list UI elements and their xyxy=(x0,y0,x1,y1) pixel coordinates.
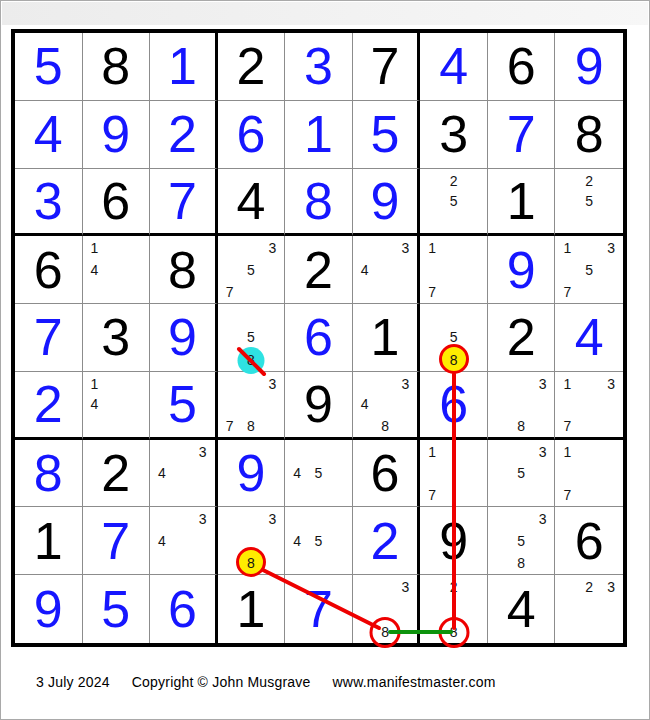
cell-r2c2[interactable]: 9 xyxy=(83,101,151,169)
candidate-3: 3 xyxy=(199,445,207,459)
candidate-5: 5 xyxy=(450,194,458,208)
candidate-7: 7 xyxy=(563,285,571,299)
cell-r2c4[interactable]: 6 xyxy=(218,101,286,169)
solved-digit: 9 xyxy=(575,40,604,92)
candidate-3: 3 xyxy=(402,241,410,255)
given-digit: 9 xyxy=(304,378,333,430)
given-digit: 3 xyxy=(439,108,468,160)
cell-r1c5[interactable]: 3 xyxy=(285,33,353,101)
solved-digit: 8 xyxy=(34,447,63,499)
cell-r6c4[interactable]: 378 xyxy=(218,372,286,440)
cell-r7c5[interactable]: 45 xyxy=(285,440,353,508)
cell-r1c4[interactable]: 2 xyxy=(218,33,286,101)
candidate-7: 7 xyxy=(563,419,571,433)
solved-digit: 7 xyxy=(101,515,130,567)
given-digit: 1 xyxy=(507,175,536,227)
cell-r5c6[interactable]: 1 xyxy=(353,304,421,372)
solved-digit: 4 xyxy=(439,40,468,92)
footer-date: 3 July 2024 xyxy=(36,674,110,690)
cell-r2c5[interactable]: 1 xyxy=(285,101,353,169)
cell-r1c3[interactable]: 1 xyxy=(150,33,218,101)
candidate-5: 5 xyxy=(315,466,323,480)
given-digit: 7 xyxy=(371,40,400,92)
solved-digit: 2 xyxy=(168,108,197,160)
cell-r6c5[interactable]: 9 xyxy=(285,372,353,440)
cell-r8c8[interactable]: 358 xyxy=(488,507,556,575)
cell-r9c3[interactable]: 6 xyxy=(150,575,218,643)
solved-digit: 3 xyxy=(304,40,333,92)
candidate-5: 5 xyxy=(517,466,525,480)
cell-r5c4[interactable]: 58 xyxy=(218,304,286,372)
cell-r7c4[interactable]: 9 xyxy=(218,440,286,508)
solved-digit: 5 xyxy=(101,583,130,635)
cell-r5c5[interactable]: 6 xyxy=(285,304,353,372)
candidate-8: 8 xyxy=(247,353,255,367)
given-digit: 8 xyxy=(575,108,604,160)
sudoku-board: 5812374694926153783674892512561483572341… xyxy=(11,29,627,647)
cell-r4c2[interactable]: 14 xyxy=(83,236,151,304)
candidate-3: 3 xyxy=(539,377,547,391)
candidate-4: 4 xyxy=(158,466,166,480)
cell-r8c9[interactable]: 6 xyxy=(555,507,623,575)
candidate-8: 8 xyxy=(247,419,255,433)
candidate-1: 1 xyxy=(428,445,436,459)
cell-r5c2[interactable]: 3 xyxy=(83,304,151,372)
candidate-3: 3 xyxy=(268,241,276,255)
solved-digit: 4 xyxy=(34,108,63,160)
cell-r7c2[interactable]: 2 xyxy=(83,440,151,508)
cell-r6c3[interactable]: 5 xyxy=(150,372,218,440)
candidate-5: 5 xyxy=(517,534,525,548)
given-digit: 2 xyxy=(304,244,333,296)
candidate-4: 4 xyxy=(293,466,301,480)
candidate-4: 4 xyxy=(91,263,99,277)
candidate-1: 1 xyxy=(428,241,436,255)
solved-digit: 9 xyxy=(168,311,197,363)
cell-r7c9[interactable]: 17 xyxy=(555,440,623,508)
cell-r9c7[interactable]: 28 xyxy=(420,575,488,643)
solved-digit: 9 xyxy=(236,447,265,499)
candidate-3: 3 xyxy=(268,377,276,391)
cell-r6c7[interactable]: 6 xyxy=(420,372,488,440)
cell-r1c7[interactable]: 4 xyxy=(420,33,488,101)
footer-website: www.manifestmaster.com xyxy=(333,674,496,690)
cell-r4c1[interactable]: 6 xyxy=(15,236,83,304)
footer: 3 July 2024Copyright © John Musgravewww.… xyxy=(36,674,518,690)
cell-r2c6[interactable]: 5 xyxy=(353,101,421,169)
cell-r4c6[interactable]: 34 xyxy=(353,236,421,304)
cell-r8c2[interactable]: 7 xyxy=(83,507,151,575)
cell-r1c8[interactable]: 6 xyxy=(488,33,556,101)
candidate-3: 3 xyxy=(268,512,276,526)
solved-digit: 1 xyxy=(304,108,333,160)
cell-r7c1[interactable]: 8 xyxy=(15,440,83,508)
cell-r3c5[interactable]: 8 xyxy=(285,169,353,237)
cell-r8c4[interactable]: 38 xyxy=(218,507,286,575)
candidate-8: 8 xyxy=(517,556,525,570)
cell-r2c3[interactable]: 2 xyxy=(150,101,218,169)
candidate-1: 1 xyxy=(91,241,99,255)
cell-r4c8[interactable]: 9 xyxy=(488,236,556,304)
cell-r8c3[interactable]: 34 xyxy=(150,507,218,575)
given-digit: 2 xyxy=(101,447,130,499)
cell-r9c4[interactable]: 1 xyxy=(218,575,286,643)
cell-r5c1[interactable]: 7 xyxy=(15,304,83,372)
candidate-3: 3 xyxy=(607,241,615,255)
solved-digit: 7 xyxy=(34,311,63,363)
candidate-1: 1 xyxy=(563,241,571,255)
cell-r4c3[interactable]: 8 xyxy=(150,236,218,304)
cell-r3c6[interactable]: 9 xyxy=(353,169,421,237)
candidate-8: 8 xyxy=(517,419,525,433)
cell-r3c1[interactable]: 3 xyxy=(15,169,83,237)
given-digit: 6 xyxy=(101,175,130,227)
solved-digit: 6 xyxy=(236,108,265,160)
cell-r9c1[interactable]: 9 xyxy=(15,575,83,643)
cell-r9c2[interactable]: 5 xyxy=(83,575,151,643)
candidate-4: 4 xyxy=(293,534,301,548)
solved-digit: 9 xyxy=(101,108,130,160)
solved-digit: 9 xyxy=(507,244,536,296)
cell-r1c1[interactable]: 5 xyxy=(15,33,83,101)
solved-digit: 8 xyxy=(304,175,333,227)
cell-r2c7[interactable]: 3 xyxy=(420,101,488,169)
candidate-5: 5 xyxy=(450,330,458,344)
cell-r3c8[interactable]: 1 xyxy=(488,169,556,237)
solved-digit: 6 xyxy=(168,583,197,635)
given-digit: 9 xyxy=(439,515,468,567)
cell-r5c7[interactable]: 58 xyxy=(420,304,488,372)
cell-r3c7[interactable]: 25 xyxy=(420,169,488,237)
candidate-3: 3 xyxy=(539,445,547,459)
solved-digit: 2 xyxy=(34,378,63,430)
cell-r3c9[interactable]: 25 xyxy=(555,169,623,237)
candidate-7: 7 xyxy=(226,285,234,299)
solved-digit: 9 xyxy=(371,175,400,227)
candidate-5: 5 xyxy=(315,534,323,548)
cell-r8c1[interactable]: 1 xyxy=(15,507,83,575)
given-digit: 6 xyxy=(507,40,536,92)
candidate-7: 7 xyxy=(563,488,571,502)
solved-digit: 7 xyxy=(168,175,197,227)
candidate-8: 8 xyxy=(450,353,458,367)
solved-digit: 6 xyxy=(439,378,468,430)
candidate-2: 2 xyxy=(585,580,593,594)
given-digit: 6 xyxy=(34,244,63,296)
candidate-3: 3 xyxy=(402,580,410,594)
cell-r3c4[interactable]: 4 xyxy=(218,169,286,237)
cell-r5c3[interactable]: 9 xyxy=(150,304,218,372)
given-digit: 6 xyxy=(575,515,604,567)
cell-r1c6[interactable]: 7 xyxy=(353,33,421,101)
header-band xyxy=(2,2,648,25)
candidate-3: 3 xyxy=(199,512,207,526)
given-digit: 1 xyxy=(236,583,265,635)
cell-r7c8[interactable]: 35 xyxy=(488,440,556,508)
candidate-3: 3 xyxy=(539,512,547,526)
cell-r2c8[interactable]: 7 xyxy=(488,101,556,169)
candidate-8: 8 xyxy=(247,556,255,570)
given-digit: 2 xyxy=(507,311,536,363)
candidate-7: 7 xyxy=(428,285,436,299)
candidate-5: 5 xyxy=(247,330,255,344)
cell-r6c6[interactable]: 348 xyxy=(353,372,421,440)
cell-r6c1[interactable]: 2 xyxy=(15,372,83,440)
cell-r1c9[interactable]: 9 xyxy=(555,33,623,101)
candidate-5: 5 xyxy=(585,263,593,277)
given-digit: 1 xyxy=(371,311,400,363)
candidate-4: 4 xyxy=(91,397,99,411)
cell-r3c3[interactable]: 7 xyxy=(150,169,218,237)
candidate-4: 4 xyxy=(361,397,369,411)
cell-r7c3[interactable]: 34 xyxy=(150,440,218,508)
cell-r8c7[interactable]: 9 xyxy=(420,507,488,575)
cell-r9c9[interactable]: 23 xyxy=(555,575,623,643)
candidate-8: 8 xyxy=(381,625,389,639)
cell-r8c5[interactable]: 45 xyxy=(285,507,353,575)
cell-r5c9[interactable]: 4 xyxy=(555,304,623,372)
cell-r4c5[interactable]: 2 xyxy=(285,236,353,304)
candidate-1: 1 xyxy=(91,377,99,391)
cell-r6c9[interactable]: 137 xyxy=(555,372,623,440)
candidate-5: 5 xyxy=(585,194,593,208)
cell-r5c8[interactable]: 2 xyxy=(488,304,556,372)
cell-r4c4[interactable]: 357 xyxy=(218,236,286,304)
given-digit: 1 xyxy=(34,515,63,567)
cell-r9c5[interactable]: 7 xyxy=(285,575,353,643)
candidate-4: 4 xyxy=(158,534,166,548)
candidate-3: 3 xyxy=(607,377,615,391)
given-digit: 8 xyxy=(168,244,197,296)
cell-r7c7[interactable]: 17 xyxy=(420,440,488,508)
footer-copyright: Copyright © John Musgrave xyxy=(132,674,311,690)
solved-digit: 3 xyxy=(34,175,63,227)
given-digit: 6 xyxy=(371,447,400,499)
cell-r2c9[interactable]: 8 xyxy=(555,101,623,169)
solved-digit: 6 xyxy=(304,311,333,363)
solved-digit: 7 xyxy=(507,108,536,160)
given-digit: 4 xyxy=(236,175,265,227)
solved-digit: 2 xyxy=(371,515,400,567)
given-digit: 3 xyxy=(101,311,130,363)
solved-digit: 5 xyxy=(168,378,197,430)
cell-r1c2[interactable]: 8 xyxy=(83,33,151,101)
candidate-4: 4 xyxy=(361,263,369,277)
solved-digit: 7 xyxy=(304,583,333,635)
solved-digit: 5 xyxy=(34,40,63,92)
cell-r9c8[interactable]: 4 xyxy=(488,575,556,643)
cell-r7c6[interactable]: 6 xyxy=(353,440,421,508)
candidate-1: 1 xyxy=(563,445,571,459)
given-digit: 4 xyxy=(507,583,536,635)
cell-r8c6[interactable]: 2 xyxy=(353,507,421,575)
candidate-8: 8 xyxy=(450,625,458,639)
cell-r9c6[interactable]: 38 xyxy=(353,575,421,643)
candidate-5: 5 xyxy=(247,263,255,277)
candidate-7: 7 xyxy=(226,419,234,433)
cell-r3c2[interactable]: 6 xyxy=(83,169,151,237)
candidate-2: 2 xyxy=(450,580,458,594)
solved-digit: 9 xyxy=(34,583,63,635)
given-digit: 2 xyxy=(236,40,265,92)
candidate-8: 8 xyxy=(381,419,389,433)
candidate-2: 2 xyxy=(585,174,593,188)
candidate-2: 2 xyxy=(450,174,458,188)
cell-r2c1[interactable]: 4 xyxy=(15,101,83,169)
cell-r6c8[interactable]: 38 xyxy=(488,372,556,440)
cell-r4c9[interactable]: 1357 xyxy=(555,236,623,304)
solved-digit: 1 xyxy=(168,40,197,92)
candidate-3: 3 xyxy=(607,580,615,594)
candidate-3: 3 xyxy=(402,377,410,391)
solved-digit: 4 xyxy=(575,311,604,363)
given-digit: 8 xyxy=(101,40,130,92)
cell-r4c7[interactable]: 17 xyxy=(420,236,488,304)
candidate-1: 1 xyxy=(563,377,571,391)
candidate-7: 7 xyxy=(428,488,436,502)
cell-r6c2[interactable]: 14 xyxy=(83,372,151,440)
solved-digit: 5 xyxy=(371,108,400,160)
